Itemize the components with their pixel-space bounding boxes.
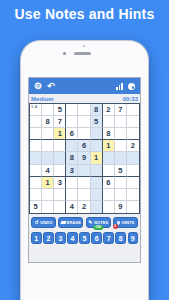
sudoku-cell-r1c5[interactable] [78,104,90,116]
sudoku-cell-r6c5[interactable] [78,165,90,177]
sudoku-cell-r5c1[interactable] [30,152,42,164]
sudoku-cell-r8c2[interactable] [42,189,54,201]
screenshot-background: Use Notes and Hints ⚙ ↶ Medium 00:33 145… [0,0,169,300]
sudoku-cell-r6c3[interactable] [54,165,66,177]
sudoku-cell-r8c3[interactable] [54,189,66,201]
sudoku-cell-r2c1[interactable] [30,116,42,128]
sudoku-cell-r5c3[interactable] [54,152,66,164]
action-label: UNDO [40,220,52,225]
sudoku-cell-r7c6[interactable] [91,177,103,189]
numpad: 123456789 [29,228,140,244]
app-screen: ⚙ ↶ Medium 00:33 14582787516861289143513… [28,77,141,263]
sudoku-cell-r5c5[interactable]: 9 [78,152,90,164]
sudoku-cell-r4c2[interactable] [42,140,54,152]
gear-icon[interactable]: ⚙ [34,82,42,91]
sudoku-cell-r3c5[interactable] [78,128,90,140]
sudoku-cell-r5c8[interactable] [115,152,127,164]
bulb-icon [117,221,121,225]
sudoku-cell-r7c9[interactable] [127,177,139,189]
hints-button[interactable]: HINTS3 [113,217,138,228]
sudoku-cell-r5c6[interactable]: 1 [91,152,103,164]
numpad-button-6[interactable]: 6 [91,232,102,244]
notes-button[interactable]: ✎NOTESON [86,217,111,228]
undo-button[interactable]: ↺UNDO [31,217,56,228]
undo-icon[interactable]: ↶ [47,82,55,91]
sudoku-cell-r4c8[interactable] [115,140,127,152]
sudoku-cell-r4c7[interactable]: 1 [103,140,115,152]
sudoku-cell-r8c7[interactable] [103,189,115,201]
sudoku-cell-r8c1[interactable] [30,189,42,201]
sudoku-cell-r8c4[interactable] [66,189,78,201]
sudoku-cell-r4c6[interactable] [91,140,103,152]
numpad-button-3[interactable]: 3 [55,232,66,244]
sudoku-cell-r7c8[interactable] [115,177,127,189]
numpad-button-7[interactable]: 7 [103,232,114,244]
sudoku-cell-r2c3[interactable]: 7 [54,116,66,128]
timer-label: 00:33 [123,96,138,102]
sudoku-cell-r8c5[interactable] [78,189,90,201]
sudoku-cell-r7c3[interactable]: 3 [54,177,66,189]
phone-chin [21,263,148,300]
sudoku-cell-r2c4[interactable] [66,116,78,128]
phone-mockup: ⚙ ↶ Medium 00:33 14582787516861289143513… [20,40,149,300]
sudoku-cell-r9c4[interactable]: 4 [66,201,78,213]
erase-icon [60,221,66,224]
sudoku-cell-r9c6[interactable] [91,201,103,213]
sudoku-cell-r8c8[interactable] [115,189,127,201]
sudoku-cell-r7c1[interactable] [30,177,42,189]
sudoku-cell-r2c8[interactable] [115,116,127,128]
sudoku-cell-r5c7[interactable] [103,152,115,164]
camera-icon [63,52,66,55]
sudoku-cell-r7c5[interactable] [78,177,90,189]
sudoku-cell-r4c5[interactable]: 6 [78,140,90,152]
sudoku-cell-r3c9[interactable] [127,128,139,140]
page-title: Use Notes and Hints [0,6,169,22]
sudoku-cell-r4c4[interactable] [66,140,78,152]
action-label: HINTS [122,220,135,225]
sudoku-cell-r9c9[interactable] [127,201,139,213]
numpad-button-2[interactable]: 2 [43,232,54,244]
app-header: ⚙ ↶ [29,78,140,94]
erase-button[interactable]: ERASE [58,217,83,228]
undo-icon: ↺ [34,220,38,225]
sudoku-cell-r1c6[interactable]: 8 [91,104,103,116]
sudoku-cell-r9c1[interactable]: 5 [30,201,42,213]
sudoku-cell-r1c4[interactable] [66,104,78,116]
sudoku-cell-r9c7[interactable] [103,201,115,213]
actions-bar: ↺UNDOERASE✎NOTESONHINTS3 [29,214,140,228]
sudoku-cell-r1c9[interactable] [127,104,139,116]
sudoku-cell-r2c2[interactable]: 8 [42,116,54,128]
sudoku-cell-r3c1[interactable] [30,128,42,140]
notes-on-badge: ON [93,225,102,230]
sudoku-cell-r9c3[interactable] [54,201,66,213]
sudoku-cell-r3c3[interactable]: 1 [54,128,66,140]
pencil-icon: ✎ [88,220,92,225]
sudoku-cell-r7c7[interactable]: 6 [103,177,115,189]
sudoku-cell-r1c3[interactable]: 5 [54,104,66,116]
sudoku-cell-r3c2[interactable] [42,128,54,140]
sudoku-cell-r9c5[interactable]: 2 [78,201,90,213]
sudoku-cell-r2c7[interactable] [103,116,115,128]
sudoku-cell-r1c8[interactable]: 7 [115,104,127,116]
sudoku-cell-r6c4[interactable]: 3 [66,165,78,177]
sudoku-cell-r6c8[interactable]: 5 [115,165,127,177]
sudoku-cell-r9c8[interactable]: 9 [115,201,127,213]
sudoku-cell-r2c9[interactable] [127,116,139,128]
sudoku-cell-r7c4[interactable] [66,177,78,189]
sudoku-cell-r6c6[interactable] [91,165,103,177]
pencil-notes: 14 [31,105,37,110]
sudoku-cell-r1c1[interactable]: 14 [30,104,42,116]
sensor-dot [83,45,85,47]
sudoku-cell-r6c1[interactable] [30,165,42,177]
sudoku-cell-r3c6[interactable] [91,128,103,140]
sudoku-cell-r6c2[interactable]: 4 [42,165,54,177]
sudoku-cell-r8c9[interactable] [127,189,139,201]
action-label: ERASE [67,220,81,225]
sudoku-cell-r9c2[interactable] [42,201,54,213]
sudoku-cell-r5c4[interactable]: 8 [66,152,78,164]
sudoku-cell-r4c9[interactable]: 2 [127,140,139,152]
game-info-row: Medium 00:33 [29,94,140,103]
sudoku-cell-r4c1[interactable] [30,140,42,152]
sudoku-cell-r5c2[interactable] [42,152,54,164]
sudoku-cell-r6c7[interactable] [103,165,115,177]
sudoku-cell-r2c6[interactable]: 5 [91,116,103,128]
speaker-grille [74,52,91,55]
sudoku-cell-r3c8[interactable] [115,128,127,140]
numpad-button-9[interactable]: 9 [128,232,139,244]
stats-icon[interactable] [116,82,123,90]
sudoku-cell-r8c6[interactable] [91,189,103,201]
sudoku-cell-r1c2[interactable] [42,104,54,116]
sudoku-cell-r2c5[interactable] [78,116,90,128]
numpad-button-8[interactable]: 8 [115,232,126,244]
sudoku-cell-r3c4[interactable]: 6 [66,128,78,140]
sudoku-cell-r3c7[interactable]: 8 [103,128,115,140]
sudoku-cell-r5c9[interactable] [127,152,139,164]
numpad-button-5[interactable]: 5 [79,232,90,244]
sudoku-board: 1458278751686128914351365429 [29,103,140,214]
sudoku-cell-r7c2[interactable]: 1 [42,177,54,189]
palette-icon[interactable] [128,83,135,90]
sudoku-cell-r6c9[interactable] [127,165,139,177]
sudoku-cell-r1c7[interactable]: 2 [103,104,115,116]
numpad-button-4[interactable]: 4 [67,232,78,244]
hints-count-badge: 3 [113,224,118,229]
sudoku-cell-r4c3[interactable] [54,140,66,152]
numpad-button-1[interactable]: 1 [31,232,42,244]
difficulty-label: Medium [31,96,54,102]
